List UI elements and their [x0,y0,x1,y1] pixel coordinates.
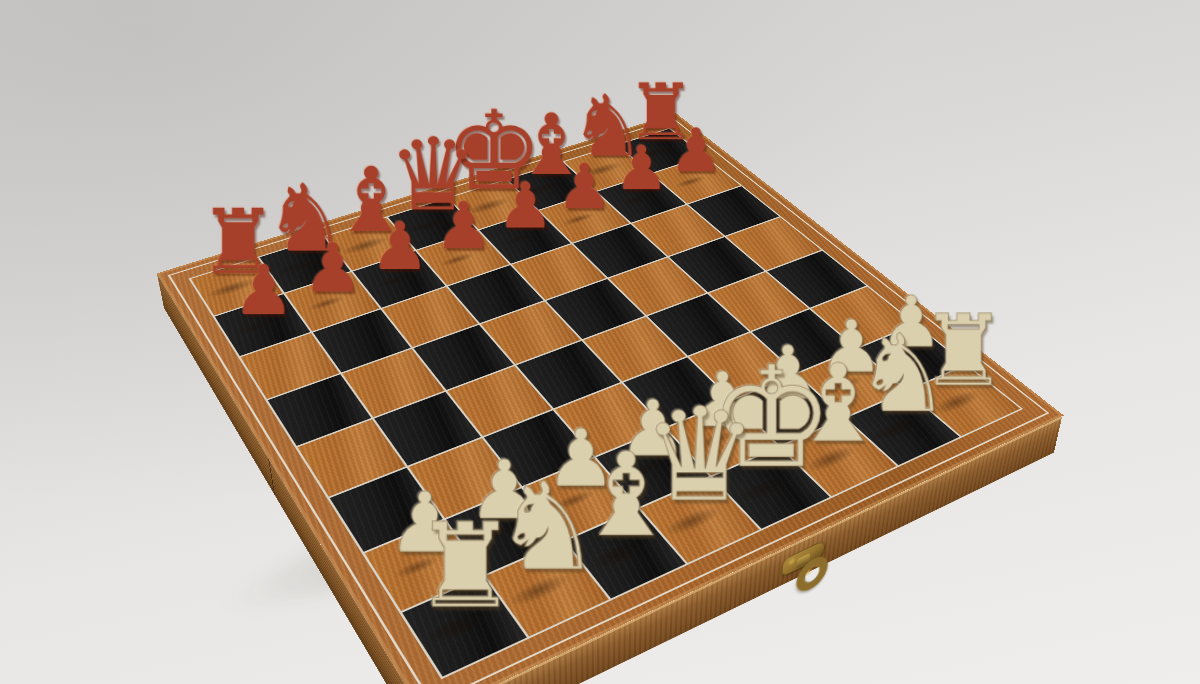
red-pawn-glyph: ♟ [195,256,333,325]
board-scene: ♜♞♝♛♚♝♞♜♟♟♟♟♟♟♟♟♟♟♟♟♟♟♟♟♜♞♝♛♚♝♞♜ [0,0,1200,684]
photo-stage: ♜♞♝♛♚♝♞♜♟♟♟♟♟♟♟♟♟♟♟♟♟♟♟♟♜♞♝♛♚♝♞♜ [0,0,1200,684]
fold-seam [268,457,275,496]
ivory-rook-glyph: ♜ [378,508,553,626]
pieces-layer: ♜♞♝♛♚♝♞♜♟♟♟♟♟♟♟♟♟♟♟♟♟♟♟♟♜♞♝♛♚♝♞♜ [191,129,1020,677]
chess-board: ♜♞♝♛♚♝♞♜♟♟♟♟♟♟♟♟♟♟♟♟♟♟♟♟♜♞♝♛♚♝♞♜ [157,113,1064,684]
